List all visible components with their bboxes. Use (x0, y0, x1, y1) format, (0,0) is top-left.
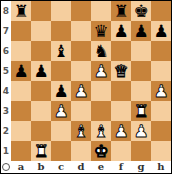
square-a8[interactable]: ♜ (11, 1, 31, 21)
square-d8[interactable] (71, 1, 91, 21)
piece-black-king-g8[interactable]: ♚ (133, 1, 148, 21)
rank-label-1: 1 (1, 141, 11, 161)
piece-black-pawn-a5[interactable]: ♟ (13, 61, 28, 81)
piece-white-pawn-d4[interactable]: ♟ (73, 81, 88, 101)
square-f4[interactable] (111, 81, 131, 101)
square-b7[interactable] (31, 21, 51, 41)
piece-black-pawn-b5[interactable]: ♟ (33, 61, 48, 81)
square-g8[interactable]: ♚ (131, 1, 151, 21)
square-e6[interactable]: ♞ (91, 41, 111, 61)
piece-black-bishop-c6[interactable]: ♝ (53, 41, 68, 61)
square-b4[interactable] (31, 81, 51, 101)
square-d5[interactable] (71, 61, 91, 81)
piece-white-king-e1[interactable]: ♚ (93, 141, 108, 161)
rank-label-6: 6 (1, 41, 11, 61)
square-b1[interactable]: ♜ (31, 141, 51, 161)
square-g4[interactable] (131, 81, 151, 101)
square-f5[interactable]: ♛ (111, 61, 131, 81)
square-d7[interactable] (71, 21, 91, 41)
square-h4[interactable]: ♟ (151, 81, 171, 101)
rank-label-7: 7 (1, 21, 11, 41)
piece-black-pawn-g7[interactable]: ♟ (133, 21, 148, 41)
square-e5[interactable]: ♟ (91, 61, 111, 81)
square-d2[interactable]: ♝ (71, 121, 91, 141)
piece-black-rook-f8[interactable]: ♜ (113, 1, 128, 21)
square-f7[interactable]: ♟ (111, 21, 131, 41)
square-c7[interactable] (51, 21, 71, 41)
piece-black-pawn-h7[interactable]: ♟ (153, 21, 168, 41)
square-a7[interactable] (11, 21, 31, 41)
square-d3[interactable] (71, 101, 91, 121)
rank-label-5: 5 (1, 61, 11, 81)
square-a1[interactable] (11, 141, 31, 161)
square-h7[interactable]: ♟ (151, 21, 171, 41)
rank-label-3: 3 (1, 101, 11, 121)
square-g2[interactable]: ♟ (131, 121, 151, 141)
square-b6[interactable] (31, 41, 51, 61)
file-label-f: f (111, 161, 131, 173)
square-b2[interactable] (31, 121, 51, 141)
square-f8[interactable]: ♜ (111, 1, 131, 21)
file-label-h: h (151, 161, 171, 173)
square-h8[interactable] (151, 1, 171, 21)
piece-white-pawn-h4[interactable]: ♟ (153, 81, 168, 101)
square-a4[interactable] (11, 81, 31, 101)
square-g6[interactable] (131, 41, 151, 61)
square-d4[interactable]: ♟ (71, 81, 91, 101)
square-c5[interactable] (51, 61, 71, 81)
piece-white-pawn-f2[interactable]: ♟ (113, 121, 128, 141)
rank-label-8: 8 (1, 1, 11, 21)
file-label-g: g (131, 161, 151, 173)
piece-white-pawn-g2[interactable]: ♟ (133, 121, 148, 141)
square-a3[interactable] (11, 101, 31, 121)
square-h3[interactable] (151, 101, 171, 121)
piece-white-pawn-e5[interactable]: ♟ (93, 61, 108, 81)
square-f2[interactable]: ♟ (111, 121, 131, 141)
square-c8[interactable] (51, 1, 71, 21)
square-b3[interactable] (31, 101, 51, 121)
square-a2[interactable] (11, 121, 31, 141)
square-c4[interactable]: ♟ (51, 81, 71, 101)
piece-black-queen-e7[interactable]: ♛ (93, 21, 108, 41)
square-e2[interactable]: ♝ (91, 121, 111, 141)
file-label-b: b (31, 161, 51, 173)
file-label-a: a (11, 161, 31, 173)
square-e4[interactable] (91, 81, 111, 101)
chess-board-diagram: 8♜♜♚7♛♟♟♟6♝♞5♟♟♟♛4♟♟♟3♟♜2♝♝♟♟1♜♚abcdefgh (0, 0, 172, 174)
square-c6[interactable]: ♝ (51, 41, 71, 61)
piece-white-bishop-d2[interactable]: ♝ (73, 121, 88, 141)
square-f6[interactable] (111, 41, 131, 61)
square-c3[interactable]: ♟ (51, 101, 71, 121)
square-a5[interactable]: ♟ (11, 61, 31, 81)
rank-label-2: 2 (1, 121, 11, 141)
square-g5[interactable] (131, 61, 151, 81)
file-label-c: c (51, 161, 71, 173)
square-a6[interactable] (11, 41, 31, 61)
square-b8[interactable] (31, 1, 51, 21)
file-label-d: d (71, 161, 91, 173)
white-to-move-circle-icon (2, 163, 10, 171)
square-c1[interactable] (51, 141, 71, 161)
piece-black-pawn-c4[interactable]: ♟ (53, 81, 68, 101)
piece-black-pawn-f7[interactable]: ♟ (113, 21, 128, 41)
piece-white-bishop-e2[interactable]: ♝ (93, 121, 108, 141)
rank-label-4: 4 (1, 81, 11, 101)
square-h6[interactable] (151, 41, 171, 61)
square-e7[interactable]: ♛ (91, 21, 111, 41)
square-e1[interactable]: ♚ (91, 141, 111, 161)
white-to-move-indicator (1, 161, 11, 173)
square-g7[interactable]: ♟ (131, 21, 151, 41)
piece-black-rook-a8[interactable]: ♜ (13, 1, 28, 21)
square-e3[interactable] (91, 101, 111, 121)
square-g3[interactable]: ♜ (131, 101, 151, 121)
piece-white-pawn-c3[interactable]: ♟ (53, 101, 68, 121)
piece-white-queen-f5[interactable]: ♛ (113, 61, 128, 81)
square-h1[interactable] (151, 141, 171, 161)
square-h5[interactable] (151, 61, 171, 81)
piece-black-knight-e6[interactable]: ♞ (93, 41, 108, 61)
piece-white-rook-g3[interactable]: ♜ (133, 101, 148, 121)
square-f1[interactable] (111, 141, 131, 161)
square-d6[interactable] (71, 41, 91, 61)
square-f3[interactable] (111, 101, 131, 121)
square-d1[interactable] (71, 141, 91, 161)
square-b5[interactable]: ♟ (31, 61, 51, 81)
square-h2[interactable] (151, 121, 171, 141)
square-e8[interactable] (91, 1, 111, 21)
square-g1[interactable] (131, 141, 151, 161)
piece-white-rook-b1[interactable]: ♜ (33, 141, 48, 161)
file-label-e: e (91, 161, 111, 173)
square-c2[interactable] (51, 121, 71, 141)
